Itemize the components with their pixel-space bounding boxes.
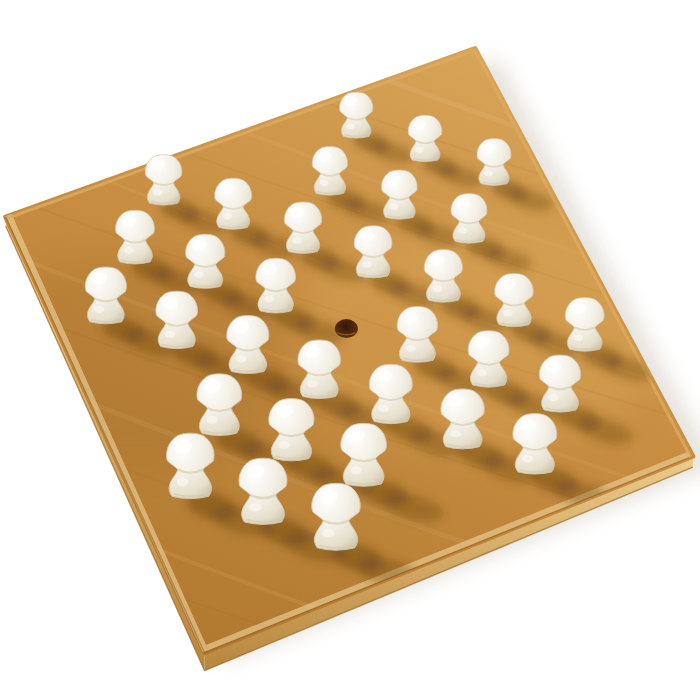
peg-c2r1[interactable] [495,273,534,326]
peg-c-2r-1[interactable] [156,291,198,348]
peg-c3r-1[interactable] [513,414,557,474]
peg-c-3r0[interactable] [116,210,155,264]
peg-c2r0[interactable] [468,331,509,387]
peg-solitaire-photo [0,0,700,700]
peg-c3r1[interactable] [565,298,604,352]
peg-c0r1[interactable] [354,226,392,278]
peg-c-1r-1[interactable] [227,316,269,374]
peg-c0r-1[interactable] [298,340,341,399]
peg-c0r-2[interactable] [269,399,314,461]
photo-stage [0,0,700,700]
peg-c1r1[interactable] [424,250,462,303]
peg-c1r0[interactable] [397,307,438,363]
peg-c0r2[interactable] [381,170,417,219]
peg-c0r-3[interactable] [239,458,287,524]
peg-c1r2[interactable] [451,194,487,244]
peg-c0r3[interactable] [408,115,442,161]
peg-c-1r2[interactable] [312,147,347,196]
peg-c-3r-1[interactable] [85,267,126,324]
peg-c1r-2[interactable] [341,423,387,486]
peg-c2r-1[interactable] [441,389,484,449]
peg-c1r-3[interactable] [312,483,361,550]
peg-c1r3[interactable] [477,139,511,186]
peg-c-1r0[interactable] [256,258,296,313]
peg-c-1r-2[interactable] [197,374,242,436]
peg-c-1r1[interactable] [284,202,321,254]
peg-solitaire-board [0,0,700,700]
peg-c-3r1[interactable] [145,155,182,205]
peg-c-2r1[interactable] [215,178,252,229]
peg-c-1r3[interactable] [340,92,373,138]
peg-c-1r-3[interactable] [167,433,215,499]
peg-c1r-1[interactable] [369,364,412,423]
peg-c3r0[interactable] [539,355,580,412]
peg-c-2r0[interactable] [186,234,225,288]
